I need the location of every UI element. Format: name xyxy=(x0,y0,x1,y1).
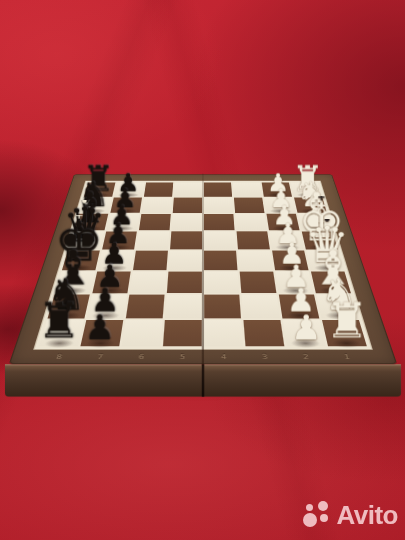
square-d6 xyxy=(136,231,169,249)
square-f3 xyxy=(239,272,276,294)
square-d3 xyxy=(236,231,269,249)
square-b5 xyxy=(172,198,201,213)
piece-white-pawn: ♟ xyxy=(291,311,322,345)
edge-label-4: 4 xyxy=(203,352,244,361)
square-e5 xyxy=(168,251,201,271)
white-queen-ball-finial: ● xyxy=(324,216,329,222)
board-scene: ♜♟♟♜♞♟♟♞♝♟♟♝♛●♟♟♚+♚+♟♟♛●♝♟♟♝♞♟♟♞♜♟♟♜ 876… xyxy=(8,174,397,364)
square-b6 xyxy=(141,198,172,213)
square-a4 xyxy=(203,183,231,197)
edge-label-3: 3 xyxy=(243,352,285,361)
edge-label-6: 6 xyxy=(120,352,162,361)
square-c6 xyxy=(138,214,170,231)
square-a5 xyxy=(173,183,201,197)
square-h5 xyxy=(162,320,201,346)
square-e6 xyxy=(132,251,167,271)
square-g3 xyxy=(241,295,280,319)
square-g5 xyxy=(164,295,201,319)
square-g6 xyxy=(125,295,164,319)
board-near-face xyxy=(4,364,400,397)
board-hinge-gap xyxy=(201,364,204,397)
black-king-cross-finial: + xyxy=(74,211,83,221)
square-f6 xyxy=(129,272,166,294)
piece-white-rook: ♜ xyxy=(325,296,368,344)
photo-red-velvet-background: ♜♟♟♜♞♟♟♞♝♟♟♝♛●♟♟♚+♚+♟♟♛●♝♟♟♝♞♟♟♞♜♟♟♜ 876… xyxy=(0,0,405,540)
black-queen-ball-finial: ● xyxy=(81,197,86,203)
edge-label-5: 5 xyxy=(161,352,202,361)
square-a3 xyxy=(232,183,261,197)
board-frame: ♜♟♟♜♞♟♟♞♝♟♟♝♛●♟♟♚+♚+♟♟♛●♝♟♟♝♞♟♟♞♜♟♟♜ 876… xyxy=(8,174,397,364)
square-h7: ♟ xyxy=(80,320,123,346)
edge-label-8: 8 xyxy=(37,352,80,361)
edge-label-1: 1 xyxy=(325,352,368,361)
square-e4 xyxy=(204,251,237,271)
square-h3 xyxy=(243,320,284,346)
square-h1: ♜ xyxy=(321,320,366,346)
square-d5 xyxy=(170,231,202,249)
square-f5 xyxy=(166,272,201,294)
edge-label-7: 7 xyxy=(78,352,121,361)
square-c4 xyxy=(203,214,234,231)
square-h6 xyxy=(121,320,162,346)
edge-label-2: 2 xyxy=(284,352,327,361)
square-h8: ♜ xyxy=(39,320,84,346)
square-h4 xyxy=(204,320,243,346)
square-b4 xyxy=(203,198,232,213)
square-e3 xyxy=(238,251,273,271)
square-d4 xyxy=(203,231,235,249)
avito-logo-icon xyxy=(303,501,332,531)
square-b3 xyxy=(233,198,264,213)
white-king-cross-finial: + xyxy=(317,192,325,202)
piece-black-pawn: ♟ xyxy=(84,311,115,345)
square-f4 xyxy=(204,272,239,294)
square-h2: ♟ xyxy=(282,320,325,346)
square-c5 xyxy=(171,214,202,231)
piece-black-rook: ♜ xyxy=(37,296,80,344)
square-a6 xyxy=(143,183,172,197)
avito-watermark: Avito xyxy=(303,500,398,531)
avito-watermark-text: Avito xyxy=(336,500,398,531)
square-g4 xyxy=(204,295,241,319)
square-c3 xyxy=(235,214,267,231)
